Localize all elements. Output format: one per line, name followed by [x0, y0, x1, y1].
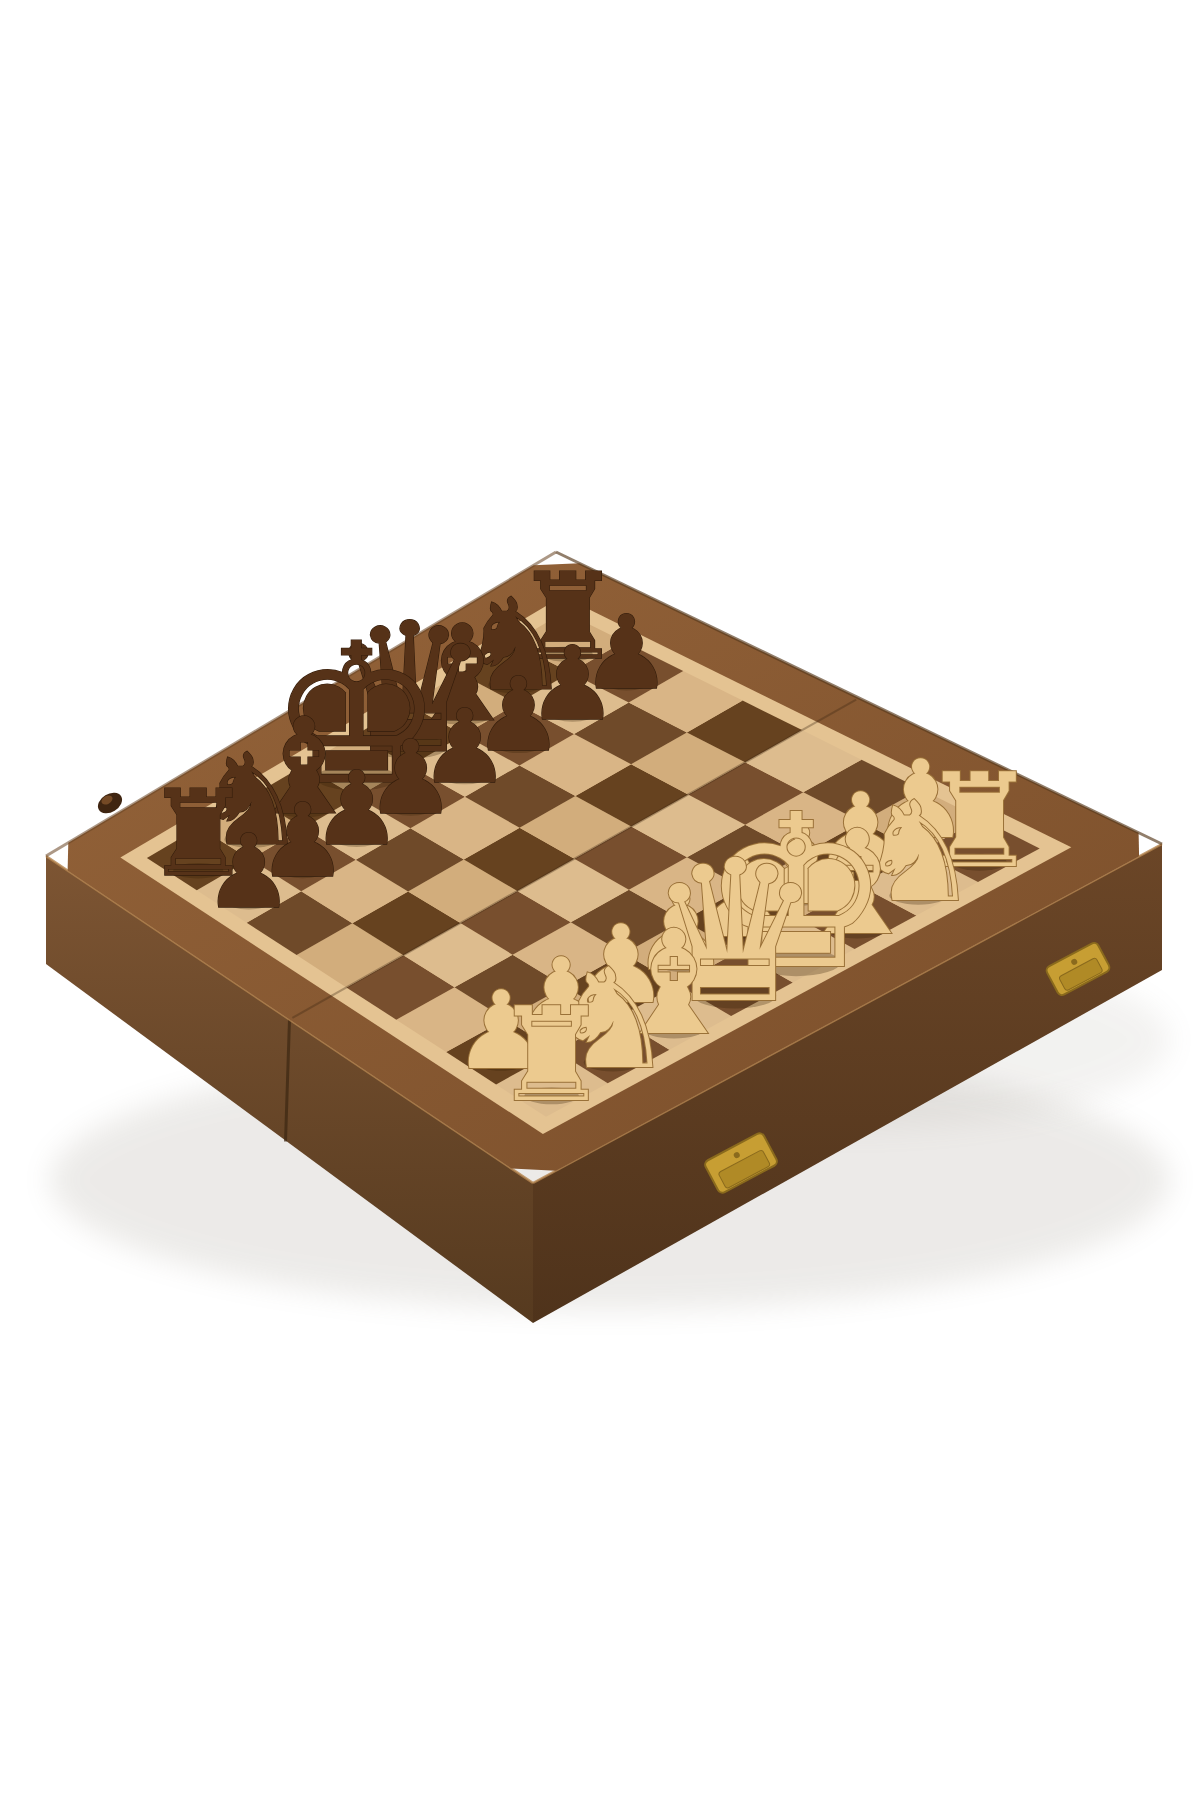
product-photo-stage: ♜♟♞♟♝♟♛♟♚♝♟♟♞♟♜♟♜♟♞♟♟♝♟♚♟♛♟♝♟♞♟♜ — [0, 0, 1200, 1800]
piece-white-rook-a1: ♜ — [493, 979, 610, 1131]
chess-board-scene: ♜♟♞♟♝♟♛♟♚♝♟♟♞♟♜♟♜♟♞♟♟♝♟♚♟♛♟♝♟♞♟♜ — [0, 0, 1200, 1800]
piece-black-pawn-a7: ♟ — [203, 812, 294, 931]
